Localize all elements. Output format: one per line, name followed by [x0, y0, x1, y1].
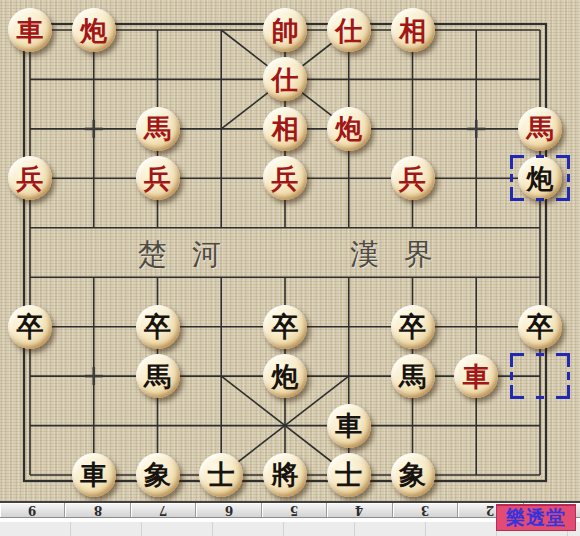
- piece-glyph: 相: [399, 17, 426, 44]
- piece-black-pawn[interactable]: 卒: [263, 305, 307, 349]
- piece-red-pawn[interactable]: 兵: [391, 156, 435, 200]
- piece-red-king[interactable]: 帥: [263, 8, 307, 52]
- file-cell-9: 9: [0, 503, 65, 517]
- river-label-left: 楚河: [138, 235, 246, 275]
- piece-red-cannon[interactable]: 炮: [327, 107, 371, 151]
- piece-black-pawn[interactable]: 卒: [136, 305, 180, 349]
- piece-glyph: 車: [335, 412, 362, 439]
- piece-black-pawn[interactable]: 卒: [391, 305, 435, 349]
- piece-glyph: 炮: [80, 17, 107, 44]
- piece-glyph: 卒: [17, 313, 44, 340]
- piece-black-elephant[interactable]: 象: [391, 453, 435, 497]
- piece-black-horse[interactable]: 馬: [136, 354, 180, 398]
- piece-glyph: 將: [272, 461, 299, 488]
- piece-glyph: 車: [17, 17, 44, 44]
- piece-black-advisor[interactable]: 士: [327, 453, 371, 497]
- file-number: 2: [486, 504, 494, 516]
- piece-red-pawn[interactable]: 兵: [263, 156, 307, 200]
- piece-glyph: 兵: [272, 165, 299, 192]
- file-number: 5: [290, 504, 298, 516]
- piece-glyph: 卒: [527, 313, 554, 340]
- letou-tang-badge: 樂透堂: [496, 504, 576, 531]
- piece-glyph: 士: [208, 461, 235, 488]
- file-number: 7: [159, 504, 167, 516]
- piece-black-pawn[interactable]: 卒: [518, 305, 562, 349]
- piece-black-pawn[interactable]: 卒: [8, 305, 52, 349]
- piece-glyph: 馬: [144, 115, 171, 142]
- piece-glyph: 車: [463, 363, 490, 390]
- piece-glyph: 象: [399, 461, 426, 488]
- piece-glyph: 帥: [272, 17, 299, 44]
- piece-black-horse[interactable]: 馬: [391, 354, 435, 398]
- file-number: 4: [355, 504, 363, 516]
- piece-black-rook[interactable]: 車: [72, 453, 116, 497]
- piece-glyph: 士: [335, 461, 362, 488]
- piece-glyph: 馬: [144, 363, 171, 390]
- file-number-bar: 98765432: [0, 501, 580, 518]
- piece-glyph: 卒: [272, 313, 299, 340]
- file-cell-8: 8: [65, 503, 130, 517]
- piece-glyph: 卒: [399, 313, 426, 340]
- piece-red-elephant[interactable]: 相: [263, 107, 307, 151]
- file-cell-7: 7: [131, 503, 196, 517]
- piece-glyph: 卒: [144, 313, 171, 340]
- file-cell-4: 4: [327, 503, 392, 517]
- board: 楚河 漢界 車炮帥仕相仕馬相炮馬兵兵兵兵炮卒卒卒卒卒馬炮馬車車車象士將士象: [0, 0, 580, 501]
- file-number: 9: [28, 504, 36, 516]
- piece-black-cannon[interactable]: 炮: [263, 354, 307, 398]
- badge-label: 樂透堂: [506, 508, 566, 527]
- piece-red-cannon[interactable]: 炮: [72, 8, 116, 52]
- piece-glyph: 兵: [17, 165, 44, 192]
- piece-black-rook[interactable]: 車: [327, 404, 371, 448]
- piece-red-elephant[interactable]: 相: [391, 8, 435, 52]
- xiangqi-app: 楚河 漢界 車炮帥仕相仕馬相炮馬兵兵兵兵炮卒卒卒卒卒馬炮馬車車車象士將士象 98…: [0, 0, 580, 536]
- piece-red-pawn[interactable]: 兵: [136, 156, 180, 200]
- piece-glyph: 馬: [527, 115, 554, 142]
- piece-red-advisor[interactable]: 仕: [327, 8, 371, 52]
- piece-glyph: 仕: [335, 17, 362, 44]
- piece-black-elephant[interactable]: 象: [136, 453, 180, 497]
- piece-glyph: 仕: [272, 66, 299, 93]
- river-label-right: 漢界: [350, 235, 458, 275]
- piece-red-pawn[interactable]: 兵: [8, 156, 52, 200]
- piece-red-horse[interactable]: 馬: [518, 107, 562, 151]
- file-cell-6: 6: [196, 503, 261, 517]
- piece-glyph: 兵: [399, 165, 426, 192]
- file-number: 6: [225, 504, 233, 516]
- piece-glyph: 象: [144, 461, 171, 488]
- piece-black-advisor[interactable]: 士: [199, 453, 243, 497]
- piece-red-rook[interactable]: 車: [8, 8, 52, 52]
- piece-black-king[interactable]: 將: [263, 453, 307, 497]
- piece-black-cannon[interactable]: 炮: [518, 156, 562, 200]
- piece-glyph: 炮: [272, 363, 299, 390]
- file-cell-3: 3: [393, 503, 458, 517]
- piece-red-horse[interactable]: 馬: [136, 107, 180, 151]
- piece-glyph: 車: [80, 461, 107, 488]
- piece-glyph: 相: [272, 115, 299, 142]
- piece-glyph: 兵: [144, 165, 171, 192]
- piece-glyph: 炮: [335, 115, 362, 142]
- file-number: 3: [421, 504, 429, 516]
- file-number: 8: [94, 504, 102, 516]
- piece-glyph: 馬: [399, 363, 426, 390]
- piece-glyph: 炮: [527, 165, 554, 192]
- file-cell-5: 5: [262, 503, 327, 517]
- bottom-empty-row: [0, 521, 580, 536]
